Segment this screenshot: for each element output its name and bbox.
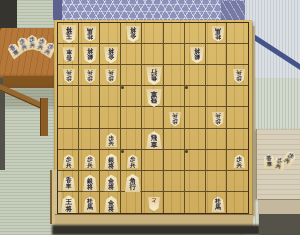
- kanji-char: 将: [108, 163, 114, 169]
- square-4h[interactable]: [164, 171, 185, 192]
- kanji-char: 歩: [87, 76, 93, 82]
- kanji-char: 将: [65, 26, 72, 33]
- square-9d[interactable]: [58, 86, 79, 107]
- star-point: [185, 86, 188, 89]
- square-3g[interactable]: [185, 150, 206, 171]
- square-9e[interactable]: [58, 107, 79, 128]
- square-4d[interactable]: [164, 86, 185, 107]
- square-2f[interactable]: [206, 129, 227, 150]
- kanji-char: 歩: [237, 76, 243, 82]
- kanji-char: 歩: [66, 76, 72, 82]
- kanji-char: 車: [66, 184, 72, 190]
- kanji-char: 兵: [173, 113, 179, 119]
- kanji-char: 将: [130, 26, 136, 32]
- square-3f[interactable]: [185, 129, 206, 150]
- kanji-char: 馬: [87, 205, 93, 211]
- square-7d[interactable]: [100, 86, 121, 107]
- board-grid: 玉将桂馬金将桂馬香車銀将金将銀将歩兵歩兵歩兵角行歩兵飛車歩兵歩兵と歩兵飛車歩兵歩…: [57, 22, 249, 214]
- kanji-char: 兵: [130, 162, 136, 168]
- kanji-char: 車: [151, 142, 158, 149]
- kanji-char: 兵: [44, 48, 52, 56]
- square-2d[interactable]: [206, 86, 227, 107]
- kanji-char: 金: [108, 54, 114, 60]
- kanji-char: 兵: [237, 162, 243, 168]
- square-6c[interactable]: [121, 65, 142, 86]
- square-3e[interactable]: [185, 107, 206, 128]
- kanji-char: 兵: [109, 141, 115, 147]
- kanji-char: 馬: [215, 205, 221, 211]
- square-4c[interactable]: [164, 65, 185, 86]
- kanji-char: 将: [87, 48, 93, 54]
- square-3h[interactable]: [185, 171, 206, 192]
- square-2h[interactable]: [206, 171, 227, 192]
- square-9f[interactable]: [58, 129, 79, 150]
- star-point: [185, 150, 188, 153]
- square-3i[interactable]: [185, 192, 206, 213]
- kanji-char: 兵: [109, 70, 115, 76]
- kanji-char: 兵: [215, 113, 221, 119]
- star-point: [121, 150, 124, 153]
- gote-hand-pieces: 香車歩兵歩兵歩兵歩兵: [6, 34, 56, 62]
- kanji-char: 将: [65, 206, 72, 213]
- gote-komadai-leg: [40, 98, 48, 136]
- square-2b[interactable]: [206, 44, 227, 65]
- square-4g[interactable]: [164, 150, 185, 171]
- kanji-char: 銀: [87, 54, 93, 60]
- kanji-char: 将: [108, 205, 114, 211]
- square-8d[interactable]: [79, 86, 100, 107]
- square-3c[interactable]: [185, 65, 206, 86]
- kanji-char: 銀: [194, 54, 200, 60]
- sente-hand-pieces: 香車歩兵歩兵: [260, 146, 300, 178]
- star-point: [121, 86, 124, 89]
- kanji-char: 将: [108, 48, 114, 54]
- kanji-char: と: [151, 198, 157, 204]
- square-1a[interactable]: [227, 23, 248, 44]
- kanji-char: 兵: [87, 70, 93, 76]
- kanji-char: 兵: [237, 70, 243, 76]
- square-5e[interactable]: [142, 107, 163, 128]
- kanji-char: 角: [151, 75, 158, 82]
- kanji-char: 行: [129, 184, 136, 191]
- square-2g[interactable]: [206, 150, 227, 171]
- square-2c[interactable]: [206, 65, 227, 86]
- kanji-char: 兵: [66, 162, 72, 168]
- square-6d[interactable]: [121, 86, 142, 107]
- square-1h[interactable]: [227, 171, 248, 192]
- kanji-char: 車: [66, 48, 72, 54]
- board-floor-shadow: [52, 225, 260, 235]
- square-1i[interactable]: [227, 192, 248, 213]
- kanji-char: 車: [12, 49, 20, 57]
- kanji-char: 車: [151, 90, 158, 97]
- square-5g[interactable]: [142, 150, 163, 171]
- square-6i[interactable]: [121, 192, 142, 213]
- square-5h[interactable]: [142, 171, 163, 192]
- kanji-char: 行: [151, 68, 158, 75]
- square-5a[interactable]: [142, 23, 163, 44]
- kanji-char: 将: [194, 48, 200, 54]
- square-1e[interactable]: [227, 107, 248, 128]
- kanji-char: 馬: [215, 27, 221, 33]
- square-6e[interactable]: [121, 107, 142, 128]
- kanji-char: 兵: [66, 70, 72, 76]
- square-1f[interactable]: [227, 129, 248, 150]
- kanji-char: 馬: [87, 27, 93, 33]
- kanji-char: 兵: [21, 44, 28, 51]
- square-3a[interactable]: [185, 23, 206, 44]
- square-7e[interactable]: [100, 107, 121, 128]
- kanji-char: 金: [130, 33, 136, 39]
- square-8f[interactable]: [79, 129, 100, 150]
- kanji-char: 兵: [87, 162, 93, 168]
- square-6b[interactable]: [121, 44, 142, 65]
- square-4a[interactable]: [164, 23, 185, 44]
- sente-komadai-shadow: [259, 214, 300, 235]
- square-4f[interactable]: [164, 129, 185, 150]
- square-1b[interactable]: [227, 44, 248, 65]
- shogi-scene-photo: 香車歩兵歩兵歩兵歩兵 玉将桂馬金将桂馬香車銀将金将銀将歩兵歩兵歩兵角行歩兵飛車歩…: [0, 0, 300, 235]
- kanji-char: 香: [66, 54, 72, 60]
- kanji-char: 将: [108, 184, 114, 190]
- square-5b[interactable]: [142, 44, 163, 65]
- kanji-char: 将: [87, 184, 93, 190]
- square-4b[interactable]: [164, 44, 185, 65]
- square-3d[interactable]: [185, 86, 206, 107]
- square-7a[interactable]: [100, 23, 121, 44]
- kanji-char: 兵: [275, 163, 282, 170]
- kanji-char: 車: [267, 162, 273, 168]
- square-6f[interactable]: [121, 129, 142, 150]
- kanji-char: 兵: [283, 157, 291, 165]
- kanji-char: 歩: [109, 76, 115, 82]
- square-4i[interactable]: [164, 192, 185, 213]
- sente-komadai-front: [258, 199, 300, 215]
- square-1d[interactable]: [227, 86, 248, 107]
- square-8e[interactable]: [79, 107, 100, 128]
